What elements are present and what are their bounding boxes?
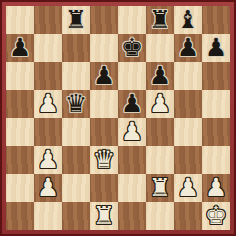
square-d8[interactable] xyxy=(90,6,118,34)
square-e2[interactable] xyxy=(118,174,146,202)
square-h5[interactable] xyxy=(202,90,230,118)
black-rook[interactable]: ♜ xyxy=(149,7,171,32)
white-pawn[interactable]: ♟ xyxy=(37,175,59,200)
square-c5[interactable]: ♛ xyxy=(62,90,90,118)
black-queen[interactable]: ♛ xyxy=(65,91,87,116)
square-a8[interactable] xyxy=(6,6,34,34)
square-b2[interactable]: ♟ xyxy=(34,174,62,202)
white-pawn[interactable]: ♟ xyxy=(121,119,143,144)
square-f7[interactable] xyxy=(146,34,174,62)
square-b7[interactable] xyxy=(34,34,62,62)
square-e1[interactable] xyxy=(118,202,146,230)
square-a6[interactable] xyxy=(6,62,34,90)
square-b6[interactable] xyxy=(34,62,62,90)
black-pawn[interactable]: ♟ xyxy=(9,35,31,60)
square-c7[interactable] xyxy=(62,34,90,62)
square-g7[interactable]: ♟ xyxy=(174,34,202,62)
square-d5[interactable] xyxy=(90,90,118,118)
black-king[interactable]: ♚ xyxy=(121,35,143,60)
square-g3[interactable] xyxy=(174,146,202,174)
square-f8[interactable]: ♜ xyxy=(146,6,174,34)
white-pawn[interactable]: ♟ xyxy=(177,175,199,200)
square-f1[interactable] xyxy=(146,202,174,230)
square-b8[interactable] xyxy=(34,6,62,34)
square-g1[interactable] xyxy=(174,202,202,230)
black-pawn[interactable]: ♟ xyxy=(149,63,171,88)
square-g4[interactable] xyxy=(174,118,202,146)
black-pawn[interactable]: ♟ xyxy=(205,35,227,60)
square-f5[interactable]: ♟ xyxy=(146,90,174,118)
square-e7[interactable]: ♚ xyxy=(118,34,146,62)
square-b1[interactable] xyxy=(34,202,62,230)
square-a7[interactable]: ♟ xyxy=(6,34,34,62)
square-c2[interactable] xyxy=(62,174,90,202)
black-pawn[interactable]: ♟ xyxy=(177,35,199,60)
square-e6[interactable] xyxy=(118,62,146,90)
square-a3[interactable] xyxy=(6,146,34,174)
square-d6[interactable]: ♟ xyxy=(90,62,118,90)
black-rook[interactable]: ♜ xyxy=(65,7,87,32)
square-a1[interactable] xyxy=(6,202,34,230)
square-c1[interactable] xyxy=(62,202,90,230)
white-pawn[interactable]: ♟ xyxy=(205,175,227,200)
square-h6[interactable] xyxy=(202,62,230,90)
square-h7[interactable]: ♟ xyxy=(202,34,230,62)
square-c4[interactable] xyxy=(62,118,90,146)
white-pawn[interactable]: ♟ xyxy=(37,91,59,116)
square-h4[interactable] xyxy=(202,118,230,146)
square-g2[interactable]: ♟ xyxy=(174,174,202,202)
square-h1[interactable]: ♚ xyxy=(202,202,230,230)
square-h3[interactable] xyxy=(202,146,230,174)
square-h2[interactable]: ♟ xyxy=(202,174,230,202)
square-c6[interactable] xyxy=(62,62,90,90)
white-rook[interactable]: ♜ xyxy=(149,175,171,200)
square-b4[interactable] xyxy=(34,118,62,146)
square-d2[interactable] xyxy=(90,174,118,202)
black-pawn[interactable]: ♟ xyxy=(93,63,115,88)
square-b3[interactable]: ♟ xyxy=(34,146,62,174)
square-g8[interactable]: ♝ xyxy=(174,6,202,34)
white-king[interactable]: ♚ xyxy=(205,203,227,228)
white-rook[interactable]: ♜ xyxy=(93,203,115,228)
square-c3[interactable] xyxy=(62,146,90,174)
square-b5[interactable]: ♟ xyxy=(34,90,62,118)
square-a4[interactable] xyxy=(6,118,34,146)
square-a5[interactable] xyxy=(6,90,34,118)
chess-board: ♜♜♝♟♚♟♟♟♟♟♛♟♟♟♟♛♟♜♟♟♜♚ xyxy=(6,6,230,230)
board-frame: ♜♜♝♟♚♟♟♟♟♟♛♟♟♟♟♛♟♜♟♟♜♚ xyxy=(0,0,236,236)
square-d3[interactable]: ♛ xyxy=(90,146,118,174)
square-a2[interactable] xyxy=(6,174,34,202)
white-pawn[interactable]: ♟ xyxy=(37,147,59,172)
square-c8[interactable]: ♜ xyxy=(62,6,90,34)
square-f6[interactable]: ♟ xyxy=(146,62,174,90)
square-f4[interactable] xyxy=(146,118,174,146)
square-d1[interactable]: ♜ xyxy=(90,202,118,230)
square-e8[interactable] xyxy=(118,6,146,34)
square-f3[interactable] xyxy=(146,146,174,174)
square-g6[interactable] xyxy=(174,62,202,90)
square-f2[interactable]: ♜ xyxy=(146,174,174,202)
white-queen[interactable]: ♛ xyxy=(93,147,115,172)
white-pawn[interactable]: ♟ xyxy=(149,91,171,116)
square-h8[interactable] xyxy=(202,6,230,34)
square-d4[interactable] xyxy=(90,118,118,146)
black-pawn[interactable]: ♟ xyxy=(121,91,143,116)
square-e4[interactable]: ♟ xyxy=(118,118,146,146)
square-d7[interactable] xyxy=(90,34,118,62)
square-e3[interactable] xyxy=(118,146,146,174)
square-g5[interactable] xyxy=(174,90,202,118)
black-bishop[interactable]: ♝ xyxy=(177,7,199,32)
square-e5[interactable]: ♟ xyxy=(118,90,146,118)
